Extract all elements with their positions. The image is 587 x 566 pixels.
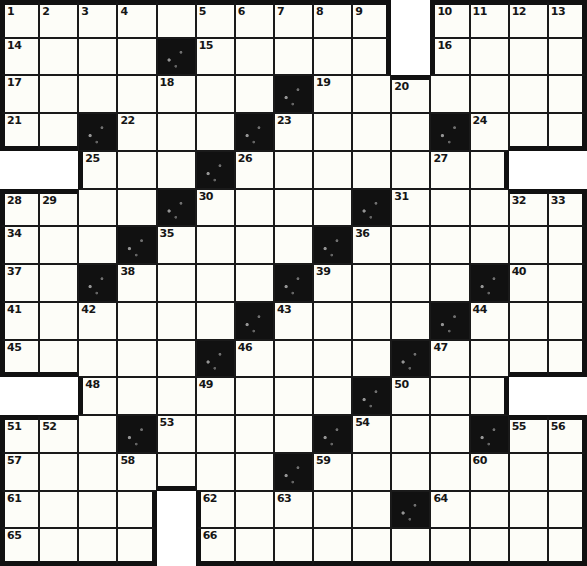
clue-number: 2 [42, 5, 49, 18]
grid-cell[interactable]: 55 [509, 415, 548, 453]
grid-cell[interactable]: 46 [235, 340, 274, 378]
grid-cell[interactable]: 20 [391, 75, 430, 113]
grid-cell[interactable] [235, 377, 274, 415]
grid-cell[interactable] [78, 75, 117, 113]
black-cell [117, 415, 156, 453]
clue-number: 54 [355, 416, 369, 429]
grid-cell[interactable] [78, 453, 117, 491]
clue-number: 29 [42, 194, 56, 207]
grid-cell[interactable] [430, 189, 469, 227]
clue-number: 43 [277, 303, 291, 316]
clue-number: 5 [199, 5, 206, 18]
grid-cell[interactable]: 65 [0, 528, 39, 566]
grid-cell[interactable] [274, 226, 313, 264]
black-cell [470, 415, 509, 453]
clue-number: 1 [7, 5, 14, 18]
void-cell [0, 151, 39, 189]
grid-cell[interactable] [391, 264, 430, 302]
void-cell [509, 151, 548, 189]
grid-cell[interactable] [352, 491, 391, 529]
clue-number: 20 [394, 80, 408, 93]
grid-cell[interactable]: 49 [196, 377, 235, 415]
grid-cell[interactable] [470, 377, 509, 415]
grid-cell[interactable] [470, 151, 509, 189]
clue-number: 48 [85, 378, 99, 391]
grid-cell[interactable]: 59 [313, 453, 352, 491]
clue-number: 53 [160, 416, 174, 429]
clue-number: 41 [7, 303, 21, 316]
grid-cell[interactable] [274, 377, 313, 415]
black-cell [352, 377, 391, 415]
grid-cell[interactable]: 38 [117, 264, 156, 302]
grid-cell[interactable] [352, 264, 391, 302]
black-cell [274, 75, 313, 113]
grid-cell[interactable] [196, 264, 235, 302]
clue-number: 52 [42, 420, 56, 433]
grid-cell[interactable] [352, 302, 391, 340]
grid-cell[interactable]: 66 [196, 528, 235, 566]
void-cell [548, 151, 587, 189]
grid-cell[interactable]: 1 [0, 0, 39, 38]
grid-cell[interactable] [509, 75, 548, 113]
clue-number: 28 [7, 194, 21, 207]
grid-cell[interactable] [313, 528, 352, 566]
grid-cell[interactable] [235, 264, 274, 302]
clue-number: 25 [85, 152, 99, 165]
clue-number: 11 [473, 5, 487, 18]
grid-cell[interactable] [391, 453, 430, 491]
black-cell [352, 189, 391, 227]
grid-cell[interactable]: 15 [196, 38, 235, 76]
grid-cell[interactable]: 54 [352, 415, 391, 453]
grid-cell[interactable]: 63 [274, 491, 313, 529]
grid-cell[interactable] [117, 151, 156, 189]
grid-cell[interactable] [157, 377, 196, 415]
clue-number: 13 [551, 5, 565, 18]
clue-number: 46 [238, 341, 252, 354]
grid-cell[interactable] [470, 226, 509, 264]
grid-cell[interactable] [196, 453, 235, 491]
grid-cell[interactable] [470, 528, 509, 566]
grid-cell[interactable] [196, 302, 235, 340]
grid-cell[interactable] [430, 75, 469, 113]
grid-cell[interactable] [274, 189, 313, 227]
grid-cell[interactable] [313, 302, 352, 340]
clue-number: 3 [81, 5, 88, 18]
grid-cell[interactable] [39, 340, 78, 378]
grid-cell[interactable]: 40 [509, 264, 548, 302]
clue-number: 56 [551, 420, 565, 433]
grid-cell[interactable] [352, 453, 391, 491]
clue-number: 66 [203, 529, 217, 542]
clue-number: 57 [7, 454, 21, 467]
clue-number: 19 [316, 76, 330, 89]
grid-cell[interactable] [117, 38, 156, 76]
grid-cell[interactable] [117, 302, 156, 340]
black-cell [196, 340, 235, 378]
clue-number: 35 [160, 227, 174, 240]
clue-number: 24 [473, 114, 487, 127]
grid-cell[interactable]: 14 [0, 38, 39, 76]
grid-cell[interactable] [78, 189, 117, 227]
grid-cell[interactable]: 36 [352, 226, 391, 264]
grid-cell[interactable]: 30 [196, 189, 235, 227]
grid-cell[interactable] [274, 415, 313, 453]
grid-cell[interactable] [117, 75, 156, 113]
grid-cell[interactable] [430, 528, 469, 566]
grid-cell[interactable]: 37 [0, 264, 39, 302]
grid-cell[interactable]: 3 [78, 0, 117, 38]
grid-cell[interactable] [157, 0, 196, 38]
void-cell [39, 151, 78, 189]
clue-number: 17 [7, 76, 21, 89]
grid-cell[interactable] [235, 453, 274, 491]
grid-cell[interactable] [548, 113, 587, 151]
grid-cell[interactable] [78, 528, 117, 566]
grid-cell[interactable]: 26 [235, 151, 274, 189]
grid-cell[interactable] [470, 340, 509, 378]
black-cell [157, 38, 196, 76]
grid-cell[interactable] [78, 340, 117, 378]
grid-cell[interactable]: 16 [430, 38, 469, 76]
grid-cell[interactable] [235, 75, 274, 113]
grid-cell[interactable] [78, 415, 117, 453]
grid-cell[interactable] [235, 38, 274, 76]
grid-cell[interactable]: 6 [235, 0, 274, 38]
grid-cell[interactable] [430, 415, 469, 453]
grid-cell[interactable] [39, 528, 78, 566]
grid-cell[interactable]: 52 [39, 415, 78, 453]
clue-number: 21 [7, 114, 21, 127]
clue-number: 62 [203, 492, 217, 505]
black-cell [117, 226, 156, 264]
grid-cell[interactable] [509, 302, 548, 340]
clue-number: 16 [437, 39, 451, 52]
grid-cell[interactable] [39, 38, 78, 76]
grid-cell[interactable] [391, 415, 430, 453]
grid-cell[interactable] [509, 340, 548, 378]
clue-number: 42 [81, 303, 95, 316]
grid-cell[interactable] [274, 528, 313, 566]
black-cell [430, 302, 469, 340]
void-cell [157, 491, 196, 529]
grid-cell[interactable]: 23 [274, 113, 313, 151]
grid-cell[interactable]: 61 [0, 491, 39, 529]
grid-cell[interactable] [470, 38, 509, 76]
grid-cell[interactable] [196, 415, 235, 453]
clue-number: 31 [394, 190, 408, 203]
grid-cell[interactable] [352, 340, 391, 378]
grid-cell[interactable] [509, 113, 548, 151]
clue-number: 22 [120, 114, 134, 127]
grid-cell[interactable] [117, 340, 156, 378]
clue-number: 18 [160, 76, 174, 89]
clue-number: 64 [433, 492, 447, 505]
grid-cell[interactable]: 62 [196, 491, 235, 529]
void-cell [391, 38, 430, 76]
grid-cell[interactable] [274, 340, 313, 378]
black-cell [470, 264, 509, 302]
void-cell [157, 528, 196, 566]
grid-cell[interactable]: 31 [391, 189, 430, 227]
grid-cell[interactable] [313, 340, 352, 378]
clue-number: 39 [316, 265, 330, 278]
grid-cell[interactable]: 2 [39, 0, 78, 38]
grid-cell[interactable]: 53 [157, 415, 196, 453]
grid-cell[interactable] [352, 38, 391, 76]
grid-cell[interactable] [313, 189, 352, 227]
grid-cell[interactable] [39, 113, 78, 151]
clue-number: 36 [355, 227, 369, 240]
clue-number: 8 [316, 5, 323, 18]
grid-cell[interactable] [235, 415, 274, 453]
black-cell [274, 264, 313, 302]
grid-cell[interactable] [157, 113, 196, 151]
clue-number: 49 [199, 378, 213, 391]
grid-cell[interactable] [196, 75, 235, 113]
grid-cell[interactable]: 18 [157, 75, 196, 113]
grid-cell[interactable] [117, 377, 156, 415]
void-cell [0, 377, 39, 415]
black-cell [313, 226, 352, 264]
grid-cell[interactable]: 50 [391, 377, 430, 415]
clue-number: 59 [316, 454, 330, 467]
void-cell [548, 377, 587, 415]
grid-cell[interactable] [352, 151, 391, 189]
grid-cell[interactable] [313, 38, 352, 76]
clue-number: 7 [277, 5, 284, 18]
black-cell [430, 113, 469, 151]
grid-cell[interactable]: 51 [0, 415, 39, 453]
clue-number: 61 [7, 492, 21, 505]
grid-cell[interactable] [78, 226, 117, 264]
grid-cell[interactable] [39, 226, 78, 264]
grid-cell[interactable] [313, 113, 352, 151]
grid-cell[interactable]: 45 [0, 340, 39, 378]
grid-cell[interactable] [157, 302, 196, 340]
grid-cell[interactable] [157, 340, 196, 378]
grid-cell[interactable] [235, 226, 274, 264]
clue-number: 9 [355, 5, 362, 18]
grid-cell[interactable] [117, 528, 156, 566]
grid-cell[interactable] [39, 302, 78, 340]
grid-cell[interactable] [78, 38, 117, 76]
grid-cell[interactable] [39, 453, 78, 491]
clue-number: 51 [7, 420, 21, 433]
clue-number: 38 [120, 265, 134, 278]
grid-cell[interactable] [548, 491, 587, 529]
grid-cell[interactable] [117, 491, 156, 529]
grid-cell[interactable] [235, 528, 274, 566]
grid-cell[interactable] [352, 528, 391, 566]
grid-cell[interactable]: 44 [470, 302, 509, 340]
grid-cell[interactable]: 4 [117, 0, 156, 38]
grid-cell[interactable] [391, 302, 430, 340]
grid-cell[interactable]: 28 [0, 189, 39, 227]
grid-cell[interactable] [430, 453, 469, 491]
grid-cell[interactable] [235, 189, 274, 227]
grid-cell[interactable]: 47 [430, 340, 469, 378]
grid-cell[interactable]: 10 [430, 0, 469, 38]
clue-number: 58 [120, 454, 134, 467]
grid-cell[interactable] [548, 75, 587, 113]
clue-number: 44 [473, 303, 487, 316]
grid-cell[interactable] [430, 226, 469, 264]
grid-cell[interactable] [470, 189, 509, 227]
grid-cell[interactable] [391, 528, 430, 566]
grid-cell[interactable] [548, 226, 587, 264]
grid-cell[interactable]: 64 [430, 491, 469, 529]
grid-cell[interactable]: 8 [313, 0, 352, 38]
grid-cell[interactable] [548, 302, 587, 340]
clue-number: 23 [277, 114, 291, 127]
grid-cell[interactable] [548, 264, 587, 302]
grid-cell[interactable] [39, 491, 78, 529]
grid-cell[interactable] [548, 453, 587, 491]
grid-cell[interactable] [470, 491, 509, 529]
clue-number: 33 [551, 194, 565, 207]
grid-cell[interactable] [430, 264, 469, 302]
clue-number: 10 [437, 5, 451, 18]
grid-cell[interactable] [39, 264, 78, 302]
clue-number: 32 [512, 194, 526, 207]
grid-cell[interactable]: 34 [0, 226, 39, 264]
black-cell [391, 340, 430, 378]
clue-number: 30 [199, 190, 213, 203]
crossword-board: 1234567891011121314151617181920212223242… [0, 0, 587, 566]
grid-cell[interactable] [352, 113, 391, 151]
void-cell [39, 377, 78, 415]
grid-cell[interactable]: 32 [509, 189, 548, 227]
grid-cell[interactable]: 41 [0, 302, 39, 340]
clue-number: 45 [7, 341, 21, 354]
clue-number: 6 [238, 5, 245, 18]
void-cell [391, 0, 430, 38]
grid-cell[interactable] [196, 113, 235, 151]
clue-number: 26 [238, 152, 252, 165]
grid-cell[interactable] [548, 340, 587, 378]
grid-cell[interactable] [274, 38, 313, 76]
grid-cell[interactable] [509, 226, 548, 264]
grid-cell[interactable] [235, 491, 274, 529]
clue-number: 50 [394, 378, 408, 391]
grid-cell[interactable]: 12 [509, 0, 548, 38]
void-cell [509, 377, 548, 415]
grid-cell[interactable]: 33 [548, 189, 587, 227]
clue-number: 15 [199, 39, 213, 52]
grid-cell[interactable]: 43 [274, 302, 313, 340]
clue-number: 63 [277, 492, 291, 505]
grid-cell[interactable]: 7 [274, 0, 313, 38]
grid-cell[interactable]: 21 [0, 113, 39, 151]
grid-cell[interactable]: 25 [78, 151, 117, 189]
grid-cell[interactable]: 24 [470, 113, 509, 151]
clue-number: 60 [473, 454, 487, 467]
grid-cell[interactable]: 56 [548, 415, 587, 453]
grid-cell[interactable] [352, 75, 391, 113]
grid-cell[interactable] [391, 113, 430, 151]
grid-cell[interactable] [509, 528, 548, 566]
grid-cell[interactable] [548, 38, 587, 76]
grid-cell[interactable] [548, 528, 587, 566]
grid-cell[interactable] [391, 151, 430, 189]
clue-number: 37 [7, 265, 21, 278]
grid-cell[interactable]: 5 [196, 0, 235, 38]
grid-cell[interactable]: 35 [157, 226, 196, 264]
grid-cell[interactable] [313, 377, 352, 415]
grid-cell[interactable] [157, 453, 196, 491]
grid-cell[interactable]: 42 [78, 302, 117, 340]
black-cell [196, 151, 235, 189]
black-cell [235, 113, 274, 151]
clue-number: 47 [433, 341, 447, 354]
black-cell [235, 302, 274, 340]
grid-cell[interactable]: 60 [470, 453, 509, 491]
clue-number: 65 [7, 529, 21, 542]
black-cell [391, 491, 430, 529]
grid-cell[interactable] [313, 491, 352, 529]
grid-cell[interactable] [39, 75, 78, 113]
grid-cell[interactable]: 39 [313, 264, 352, 302]
grid-cell[interactable] [391, 226, 430, 264]
clue-number: 40 [512, 265, 526, 278]
grid-cell[interactable]: 58 [117, 453, 156, 491]
grid-cell[interactable] [157, 151, 196, 189]
clue-number: 4 [120, 5, 127, 18]
grid-cell[interactable] [470, 75, 509, 113]
grid-cell[interactable]: 22 [117, 113, 156, 151]
clue-number: 14 [7, 39, 21, 52]
grid-cell[interactable] [274, 151, 313, 189]
clue-number: 27 [433, 152, 447, 165]
black-cell [313, 415, 352, 453]
grid-cell[interactable]: 9 [352, 0, 391, 38]
grid-cell[interactable] [509, 453, 548, 491]
black-cell [78, 264, 117, 302]
black-cell [78, 113, 117, 151]
grid-cell[interactable]: 29 [39, 189, 78, 227]
grid-cell[interactable] [313, 151, 352, 189]
grid-cell[interactable] [509, 38, 548, 76]
grid-cell[interactable] [196, 226, 235, 264]
black-cell [157, 189, 196, 227]
grid-cell[interactable]: 19 [313, 75, 352, 113]
grid-cell[interactable] [430, 377, 469, 415]
clue-number: 12 [512, 5, 526, 18]
grid-cell[interactable]: 57 [0, 453, 39, 491]
grid-cell[interactable] [78, 491, 117, 529]
clue-number: 55 [512, 420, 526, 433]
clue-number: 34 [7, 227, 21, 240]
grid-cell[interactable]: 27 [430, 151, 469, 189]
grid-cell[interactable]: 48 [78, 377, 117, 415]
grid-cell[interactable] [117, 189, 156, 227]
grid-cell[interactable]: 11 [470, 0, 509, 38]
black-cell [274, 453, 313, 491]
grid-cell[interactable] [157, 264, 196, 302]
grid-cell[interactable]: 13 [548, 0, 587, 38]
grid-cell[interactable] [509, 491, 548, 529]
grid-cell[interactable]: 17 [0, 75, 39, 113]
